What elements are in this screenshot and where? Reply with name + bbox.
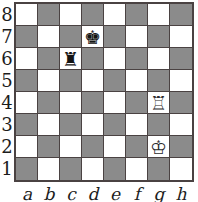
square-b3[interactable] [38,114,60,136]
square-c1[interactable] [60,158,82,180]
square-g8[interactable] [148,4,170,26]
file-label-c: c [60,184,82,202]
square-d5[interactable] [82,70,104,92]
square-c5[interactable] [60,70,82,92]
chess-diagram: 87654321 ♚♜♖♔ abcdefgh [0,0,198,202]
square-h1[interactable] [170,158,192,180]
square-e8[interactable] [104,4,126,26]
file-label-a: a [16,184,38,202]
square-d6[interactable] [82,48,104,70]
rank-label-2: 2 [0,136,14,158]
square-h2[interactable] [170,136,192,158]
square-e6[interactable] [104,48,126,70]
file-label-h: h [170,184,192,202]
rank-label-8: 8 [0,4,14,26]
square-c8[interactable] [60,4,82,26]
square-b5[interactable] [38,70,60,92]
square-b6[interactable] [38,48,60,70]
file-label-f: f [126,184,148,202]
square-g2[interactable]: ♔ [148,136,170,158]
file-label-g: g [148,184,170,202]
square-f4[interactable] [126,92,148,114]
chess-board: ♚♜♖♔ [14,2,194,182]
square-a8[interactable] [16,4,38,26]
square-g4[interactable]: ♖ [148,92,170,114]
square-d7[interactable]: ♚ [82,26,104,48]
square-h8[interactable] [170,4,192,26]
square-f1[interactable] [126,158,148,180]
square-h3[interactable] [170,114,192,136]
square-d3[interactable] [82,114,104,136]
rank-label-3: 3 [0,114,14,136]
rank-label-7: 7 [0,26,14,48]
square-a7[interactable] [16,26,38,48]
square-g5[interactable] [148,70,170,92]
square-f2[interactable] [126,136,148,158]
file-label-d: d [82,184,104,202]
square-c2[interactable] [60,136,82,158]
square-c7[interactable] [60,26,82,48]
square-a1[interactable] [16,158,38,180]
square-e2[interactable] [104,136,126,158]
rank-label-6: 6 [0,48,14,70]
square-e4[interactable] [104,92,126,114]
square-h5[interactable] [170,70,192,92]
square-f6[interactable] [126,48,148,70]
square-a4[interactable] [16,92,38,114]
square-a5[interactable] [16,70,38,92]
rank-label-1: 1 [0,158,14,180]
square-a3[interactable] [16,114,38,136]
black-king-piece[interactable]: ♚ [84,26,101,48]
square-f3[interactable] [126,114,148,136]
square-f7[interactable] [126,26,148,48]
square-b7[interactable] [38,26,60,48]
square-h4[interactable] [170,92,192,114]
file-label-b: b [38,184,60,202]
square-f8[interactable] [126,4,148,26]
square-c6[interactable]: ♜ [60,48,82,70]
square-b8[interactable] [38,4,60,26]
square-g1[interactable] [148,158,170,180]
white-rook-piece[interactable]: ♖ [150,92,167,114]
rank-label-5: 5 [0,70,14,92]
square-e7[interactable] [104,26,126,48]
rank-label-4: 4 [0,92,14,114]
square-c4[interactable] [60,92,82,114]
square-d4[interactable] [82,92,104,114]
square-g6[interactable] [148,48,170,70]
square-b2[interactable] [38,136,60,158]
square-c3[interactable] [60,114,82,136]
square-f5[interactable] [126,70,148,92]
square-h6[interactable] [170,48,192,70]
file-label-e: e [104,184,126,202]
square-d1[interactable] [82,158,104,180]
square-h7[interactable] [170,26,192,48]
black-rook-piece[interactable]: ♜ [62,48,79,70]
square-b1[interactable] [38,158,60,180]
square-e5[interactable] [104,70,126,92]
rank-labels: 87654321 [0,2,14,184]
square-a2[interactable] [16,136,38,158]
square-b4[interactable] [38,92,60,114]
file-labels: abcdefgh [16,184,194,202]
square-a6[interactable] [16,48,38,70]
square-d8[interactable] [82,4,104,26]
square-g3[interactable] [148,114,170,136]
square-g7[interactable] [148,26,170,48]
square-d2[interactable] [82,136,104,158]
square-e3[interactable] [104,114,126,136]
white-king-piece[interactable]: ♔ [150,136,167,158]
square-e1[interactable] [104,158,126,180]
